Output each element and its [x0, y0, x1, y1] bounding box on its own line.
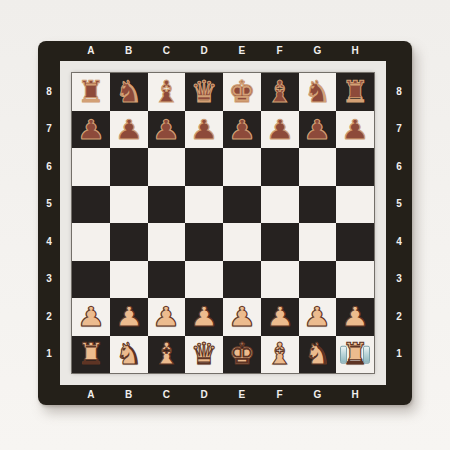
piece-black-pawn[interactable]: ♟	[341, 116, 370, 143]
rank-label-5: 5	[38, 186, 60, 224]
square-c2[interactable]: ♟	[148, 298, 186, 336]
square-a1[interactable]: ♜	[72, 336, 110, 374]
rank-label-4: 4	[38, 223, 60, 261]
mounting-clip-right	[363, 346, 370, 364]
square-h6[interactable]	[336, 148, 374, 186]
file-label-g: G	[299, 41, 337, 61]
square-d2[interactable]: ♟	[185, 298, 223, 336]
square-a6[interactable]	[72, 148, 110, 186]
square-a3[interactable]	[72, 261, 110, 299]
square-b8[interactable]: ♞	[110, 73, 148, 111]
rank-label-1: 1	[386, 336, 412, 374]
piece-black-knight[interactable]: ♞	[304, 77, 331, 107]
piece-white-knight[interactable]: ♞	[304, 339, 331, 369]
square-e8[interactable]: ♚	[223, 73, 261, 111]
board-middle: 87654321 ♜♞♝♛♚♝♞♜♟♟♟♟♟♟♟♟♟♟♟♟♟♟♟♟♜♞♝♛♚♝♞…	[38, 61, 412, 385]
square-e5[interactable]	[223, 186, 261, 224]
square-d3[interactable]	[185, 261, 223, 299]
chess-board: ABCDEFGH 87654321 ♜♞♝♛♚♝♞♜♟♟♟♟♟♟♟♟♟♟♟♟♟♟…	[38, 41, 412, 405]
piece-white-pawn[interactable]: ♟	[265, 303, 294, 330]
square-a4[interactable]	[72, 223, 110, 261]
rank-label-2: 2	[386, 298, 412, 336]
file-label-a: A	[72, 41, 110, 61]
file-labels-bottom: ABCDEFGH	[72, 385, 374, 405]
file-label-f: F	[261, 41, 299, 61]
piece-black-bishop[interactable]: ♝	[153, 77, 180, 107]
square-f3[interactable]	[261, 261, 299, 299]
piece-white-rook[interactable]: ♜	[77, 339, 104, 369]
frame-top: ABCDEFGH	[38, 41, 412, 61]
file-label-h: H	[336, 41, 374, 61]
rank-labels-left: 87654321	[38, 73, 60, 373]
square-b6[interactable]	[110, 148, 148, 186]
rank-label-1: 1	[38, 336, 60, 374]
square-f4[interactable]	[261, 223, 299, 261]
piece-white-pawn[interactable]: ♟	[152, 303, 181, 330]
rank-label-4: 4	[386, 223, 412, 261]
file-label-c: C	[148, 385, 186, 405]
square-h4[interactable]	[336, 223, 374, 261]
square-h2[interactable]: ♟	[336, 298, 374, 336]
square-g3[interactable]	[299, 261, 337, 299]
square-g4[interactable]	[299, 223, 337, 261]
rank-label-6: 6	[38, 148, 60, 186]
board-inner-margin: ♜♞♝♛♚♝♞♜♟♟♟♟♟♟♟♟♟♟♟♟♟♟♟♟♜♞♝♛♚♝♞♜	[60, 61, 386, 385]
square-e7[interactable]: ♟	[223, 111, 261, 149]
file-label-e: E	[223, 41, 261, 61]
square-c1[interactable]: ♝	[148, 336, 186, 374]
rank-label-3: 3	[386, 261, 412, 299]
frame-bottom: ABCDEFGH	[38, 385, 412, 405]
square-c5[interactable]	[148, 186, 186, 224]
square-c6[interactable]	[148, 148, 186, 186]
piece-black-pawn[interactable]: ♟	[228, 116, 257, 143]
product-photo-stage: ABCDEFGH 87654321 ♜♞♝♛♚♝♞♜♟♟♟♟♟♟♟♟♟♟♟♟♟♟…	[0, 0, 450, 450]
rank-label-3: 3	[38, 261, 60, 299]
square-a8[interactable]: ♜	[72, 73, 110, 111]
square-h1[interactable]: ♜	[336, 336, 374, 374]
square-g7[interactable]: ♟	[299, 111, 337, 149]
square-b2[interactable]: ♟	[110, 298, 148, 336]
square-f5[interactable]	[261, 186, 299, 224]
rank-label-5: 5	[386, 186, 412, 224]
square-e6[interactable]	[223, 148, 261, 186]
square-a7[interactable]: ♟	[72, 111, 110, 149]
piece-black-king[interactable]: ♚	[228, 77, 255, 107]
file-label-g: G	[299, 385, 337, 405]
square-g1[interactable]: ♞	[299, 336, 337, 374]
rank-label-6: 6	[386, 148, 412, 186]
square-d5[interactable]	[185, 186, 223, 224]
file-labels-top: ABCDEFGH	[72, 41, 374, 61]
piece-black-rook[interactable]: ♜	[342, 77, 369, 107]
square-b7[interactable]: ♟	[110, 111, 148, 149]
piece-black-pawn[interactable]: ♟	[77, 116, 106, 143]
square-c8[interactable]: ♝	[148, 73, 186, 111]
piece-white-pawn[interactable]: ♟	[303, 303, 332, 330]
piece-white-bishop[interactable]: ♝	[266, 339, 293, 369]
rank-label-2: 2	[38, 298, 60, 336]
piece-white-bishop[interactable]: ♝	[153, 339, 180, 369]
piece-white-pawn[interactable]: ♟	[228, 303, 257, 330]
square-f7[interactable]: ♟	[261, 111, 299, 149]
piece-white-king[interactable]: ♚	[228, 339, 255, 369]
file-label-b: B	[110, 41, 148, 61]
rank-label-7: 7	[386, 111, 412, 149]
square-d8[interactable]: ♛	[185, 73, 223, 111]
piece-white-pawn[interactable]: ♟	[77, 303, 106, 330]
piece-white-queen[interactable]: ♛	[191, 339, 218, 369]
file-label-d: D	[185, 385, 223, 405]
piece-black-pawn[interactable]: ♟	[303, 116, 332, 143]
file-label-c: C	[148, 41, 186, 61]
square-h5[interactable]	[336, 186, 374, 224]
square-b4[interactable]	[110, 223, 148, 261]
piece-black-pawn[interactable]: ♟	[265, 116, 294, 143]
square-b1[interactable]: ♞	[110, 336, 148, 374]
square-a2[interactable]: ♟	[72, 298, 110, 336]
square-d7[interactable]: ♟	[185, 111, 223, 149]
square-f6[interactable]	[261, 148, 299, 186]
rank-label-7: 7	[38, 111, 60, 149]
rank-label-8: 8	[386, 73, 412, 111]
square-g8[interactable]: ♞	[299, 73, 337, 111]
piece-black-pawn[interactable]: ♟	[114, 116, 143, 143]
piece-white-knight[interactable]: ♞	[115, 339, 142, 369]
board-grid: ♜♞♝♛♚♝♞♜♟♟♟♟♟♟♟♟♟♟♟♟♟♟♟♟♜♞♝♛♚♝♞♜	[72, 73, 374, 373]
file-label-d: D	[185, 41, 223, 61]
square-c7[interactable]: ♟	[148, 111, 186, 149]
square-c3[interactable]	[148, 261, 186, 299]
piece-white-pawn[interactable]: ♟	[190, 303, 219, 330]
square-h7[interactable]: ♟	[336, 111, 374, 149]
square-h3[interactable]	[336, 261, 374, 299]
file-label-e: E	[223, 385, 261, 405]
piece-white-pawn[interactable]: ♟	[341, 303, 370, 330]
square-e2[interactable]: ♟	[223, 298, 261, 336]
file-label-b: B	[110, 385, 148, 405]
piece-black-rook[interactable]: ♜	[77, 77, 104, 107]
file-label-a: A	[72, 385, 110, 405]
rank-labels-right: 87654321	[386, 73, 412, 373]
piece-black-queen[interactable]: ♛	[191, 77, 218, 107]
square-f1[interactable]: ♝	[261, 336, 299, 374]
square-d4[interactable]	[185, 223, 223, 261]
square-d1[interactable]: ♛	[185, 336, 223, 374]
piece-black-pawn[interactable]: ♟	[190, 116, 219, 143]
square-f8[interactable]: ♝	[261, 73, 299, 111]
mounting-clip-left	[340, 346, 347, 364]
square-e3[interactable]	[223, 261, 261, 299]
square-a5[interactable]	[72, 186, 110, 224]
piece-black-bishop[interactable]: ♝	[266, 77, 293, 107]
square-g5[interactable]	[299, 186, 337, 224]
square-f2[interactable]: ♟	[261, 298, 299, 336]
square-e4[interactable]	[223, 223, 261, 261]
square-g2[interactable]: ♟	[299, 298, 337, 336]
square-d6[interactable]	[185, 148, 223, 186]
square-g6[interactable]	[299, 148, 337, 186]
file-label-h: H	[336, 385, 374, 405]
piece-black-pawn[interactable]: ♟	[152, 116, 181, 143]
rank-label-8: 8	[38, 73, 60, 111]
square-e1[interactable]: ♚	[223, 336, 261, 374]
square-h8[interactable]: ♜	[336, 73, 374, 111]
square-b3[interactable]	[110, 261, 148, 299]
square-c4[interactable]	[148, 223, 186, 261]
piece-black-knight[interactable]: ♞	[115, 77, 142, 107]
file-label-f: F	[261, 385, 299, 405]
piece-white-pawn[interactable]: ♟	[114, 303, 143, 330]
square-b5[interactable]	[110, 186, 148, 224]
